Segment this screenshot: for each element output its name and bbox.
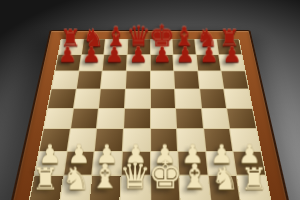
chess-board: ♜♞♝♛♚♝♞♜♟♟♟♟♟♟♟♟♟♟♟♟♟♟♟♟♜♞♝♛♚♝♞♜	[7, 30, 294, 200]
square-a6[interactable]	[52, 71, 78, 88]
square-b4[interactable]	[71, 108, 99, 128]
square-d4[interactable]	[124, 108, 150, 128]
square-h5[interactable]	[225, 89, 252, 107]
game-scene: ♜♞♝♛♚♝♞♜♟♟♟♟♟♟♟♟♟♟♟♟♟♟♟♟♜♞♝♛♚♝♞♜	[0, 0, 300, 200]
square-g6[interactable]	[198, 71, 223, 88]
square-f4[interactable]	[176, 108, 203, 128]
piece-white-rook[interactable]: ♜	[17, 165, 74, 194]
square-h7[interactable]: ♟	[219, 55, 244, 71]
square-g5[interactable]	[200, 89, 226, 107]
square-a1[interactable]: ♜	[30, 176, 63, 200]
square-a4[interactable]	[44, 108, 73, 128]
square-g4[interactable]	[202, 108, 230, 128]
square-d5[interactable]	[125, 89, 150, 107]
square-a5[interactable]	[48, 89, 75, 107]
square-e4[interactable]	[151, 108, 177, 128]
piece-white-rook[interactable]: ♜	[226, 165, 283, 194]
square-c6[interactable]	[101, 71, 126, 88]
square-c4[interactable]	[97, 108, 124, 128]
square-f6[interactable]	[174, 71, 199, 88]
piece-black-pawn[interactable]: ♟	[210, 46, 255, 66]
square-c5[interactable]	[99, 89, 125, 107]
square-e6[interactable]	[150, 71, 174, 88]
square-b6[interactable]	[77, 71, 102, 88]
square-f5[interactable]	[175, 89, 201, 107]
board-grid: ♜♞♝♛♚♝♞♜♟♟♟♟♟♟♟♟♟♟♟♟♟♟♟♟♜♞♝♛♚♝♞♜	[28, 39, 272, 200]
square-d6[interactable]	[126, 71, 150, 88]
square-h6[interactable]	[222, 71, 248, 88]
square-b5[interactable]	[74, 89, 100, 107]
square-h1[interactable]: ♜	[238, 176, 271, 200]
square-h4[interactable]	[227, 108, 256, 128]
square-e5[interactable]	[150, 89, 175, 107]
